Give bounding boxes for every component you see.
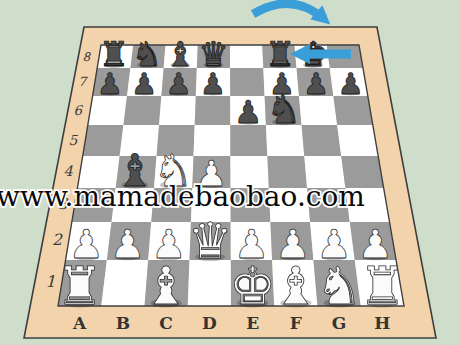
file-label-d: D (202, 313, 217, 333)
piece-white-bishop-f1[interactable]: ♝ (272, 256, 319, 316)
piece-white-pawn-b2[interactable]: ♟ (110, 221, 146, 267)
rank-label-5: 5 (69, 132, 79, 148)
piece-black-pawn-b7[interactable]: ♟ (131, 67, 157, 101)
rank-label-2: 2 (52, 231, 63, 249)
piece-black-pawn-d7[interactable]: ♟ (200, 67, 226, 101)
square-e8[interactable] (230, 45, 263, 68)
file-label-b: B (116, 313, 130, 333)
rank-label-4: 4 (63, 163, 73, 179)
piece-black-knight-f6[interactable]: ♞ (266, 87, 301, 132)
piece-white-king-e1[interactable]: ♚ (229, 256, 276, 316)
rank-label-1: 1 (45, 272, 55, 291)
file-label-g: G (332, 313, 347, 333)
piece-white-rook-h1[interactable]: ♜ (359, 256, 406, 316)
piece-black-pawn-h7[interactable]: ♟ (337, 67, 363, 101)
watermark: www.mamadebaobao.com (0, 180, 365, 213)
file-label-f: F (290, 313, 302, 333)
file-label-a: A (72, 313, 87, 333)
square-h5[interactable] (337, 125, 378, 156)
piece-white-bishop-c1[interactable]: ♝ (143, 256, 190, 316)
file-label-e: E (246, 313, 259, 333)
piece-white-queen-d2[interactable]: ♛ (188, 212, 232, 270)
square-g5[interactable] (302, 125, 342, 156)
chess-board: 87654321ABCDEFGH ♜♞♝♛♜♚♟♟♟♟♟♟♟♟♞♝♞♟♟♟♟♛♟… (0, 0, 460, 345)
file-label-h: H (374, 313, 390, 333)
castling-diagram: 87654321ABCDEFGH ♜♞♝♛♜♚♟♟♟♟♟♟♟♟♞♝♞♟♟♟♟♛♟… (0, 0, 460, 345)
file-label-c: C (159, 313, 173, 333)
piece-black-pawn-e6[interactable]: ♟ (234, 94, 262, 130)
square-e7[interactable] (230, 68, 265, 96)
piece-black-pawn-c7[interactable]: ♟ (165, 67, 191, 101)
piece-black-pawn-g7[interactable]: ♟ (303, 67, 329, 101)
piece-white-knight-g1[interactable]: ♞ (316, 256, 363, 316)
piece-black-pawn-a7[interactable]: ♟ (97, 67, 123, 101)
square-d5[interactable] (193, 125, 230, 156)
piece-white-rook-a1[interactable]: ♜ (56, 256, 103, 316)
